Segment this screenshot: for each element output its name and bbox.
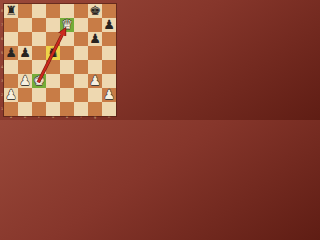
square-h4[interactable] [102,60,116,74]
square-h1[interactable] [102,102,116,116]
square-g8[interactable]: ♚ [88,4,102,18]
square-a3[interactable] [4,74,18,88]
square-a6[interactable] [4,32,18,46]
square-c3[interactable]: ♚ [32,74,46,88]
white-pawn[interactable]: ♟ [89,74,101,88]
square-f8[interactable] [74,4,88,18]
square-b5[interactable]: ♟ [18,46,32,60]
square-c5[interactable] [32,46,46,60]
black-pawn[interactable]: ♟ [5,46,17,60]
square-a4[interactable] [4,60,18,74]
square-e2[interactable] [60,88,74,102]
square-e3[interactable] [60,74,74,88]
square-e5[interactable] [60,46,74,60]
square-d8[interactable] [46,4,60,18]
white-pawn[interactable]: ♟ [19,74,31,88]
square-d7[interactable] [46,18,60,32]
square-g7[interactable] [88,18,102,32]
square-g4[interactable] [88,60,102,74]
white-king[interactable]: ♚ [33,74,45,88]
square-f5[interactable] [74,46,88,60]
square-g3[interactable]: ♟ [88,74,102,88]
square-h3[interactable] [102,74,116,88]
square-h6[interactable] [102,32,116,46]
chess-board-window: { "game": "chess", "position": { "fen": … [0,0,120,120]
square-a5[interactable]: ♟ [4,46,18,60]
white-pawn[interactable]: ♟ [103,88,115,102]
square-b6[interactable] [18,32,32,46]
square-c1[interactable] [32,102,46,116]
square-h8[interactable] [102,4,116,18]
square-c4[interactable] [32,60,46,74]
square-e7[interactable]: ♛ [60,18,74,32]
square-f2[interactable] [74,88,88,102]
white-queen[interactable]: ♛ [61,18,73,32]
square-d3[interactable] [46,74,60,88]
square-d2[interactable] [46,88,60,102]
square-g5[interactable] [88,46,102,60]
black-knight[interactable]: ♞ [47,46,59,60]
square-d4[interactable] [46,60,60,74]
black-pawn[interactable]: ♟ [19,46,31,60]
square-e1[interactable] [60,102,74,116]
square-h5[interactable] [102,46,116,60]
square-c7[interactable] [32,18,46,32]
square-h7[interactable]: ♟ [102,18,116,32]
square-c6[interactable] [32,32,46,46]
square-d5[interactable]: ♞ [46,46,60,60]
square-e6[interactable] [60,32,74,46]
square-f6[interactable] [74,32,88,46]
square-b1[interactable] [18,102,32,116]
square-a7[interactable] [4,18,18,32]
square-e8[interactable] [60,4,74,18]
square-h2[interactable]: ♟ [102,88,116,102]
square-b7[interactable] [18,18,32,32]
square-f1[interactable] [74,102,88,116]
black-king[interactable]: ♚ [89,4,101,18]
square-c8[interactable] [32,4,46,18]
square-c2[interactable] [32,88,46,102]
square-a8[interactable]: ♜ [4,4,18,18]
square-b3[interactable]: ♟ [18,74,32,88]
square-g1[interactable] [88,102,102,116]
square-a2[interactable]: ♟ [4,88,18,102]
square-b2[interactable] [18,88,32,102]
square-d6[interactable] [46,32,60,46]
chess-board[interactable]: ♜♚♛♟♟♟♟♞♟♚♟♟♟ [4,4,116,116]
square-b8[interactable] [18,4,32,18]
square-g6[interactable]: ♟ [88,32,102,46]
square-f4[interactable] [74,60,88,74]
square-d1[interactable] [46,102,60,116]
white-pawn[interactable]: ♟ [5,88,17,102]
square-f3[interactable] [74,74,88,88]
black-pawn[interactable]: ♟ [89,32,101,46]
square-f7[interactable] [74,18,88,32]
square-g2[interactable] [88,88,102,102]
square-e4[interactable] [60,60,74,74]
square-a1[interactable] [4,102,18,116]
black-rook[interactable]: ♜ [5,4,17,18]
square-b4[interactable] [18,60,32,74]
black-pawn[interactable]: ♟ [103,18,115,32]
